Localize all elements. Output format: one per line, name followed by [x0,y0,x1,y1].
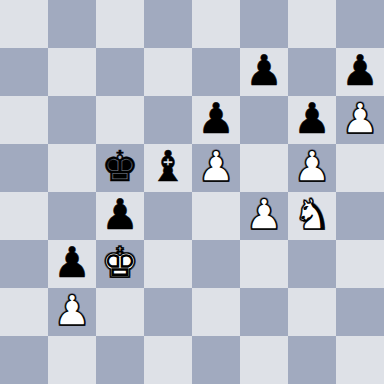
square-a7[interactable] [0,48,48,96]
piece-black-king-c5[interactable]: ♚ [101,143,139,191]
square-a4[interactable] [0,192,48,240]
square-c4[interactable]: ♟ [96,192,144,240]
square-d3[interactable] [144,240,192,288]
square-f3[interactable] [240,240,288,288]
square-e3[interactable] [192,240,240,288]
square-e7[interactable] [192,48,240,96]
piece-white-pawn-b2[interactable]: ♟ [53,287,91,335]
square-f8[interactable] [240,0,288,48]
square-d4[interactable] [144,192,192,240]
square-h5[interactable] [336,144,384,192]
square-f1[interactable] [240,336,288,384]
piece-white-king-c3[interactable]: ♚ [101,239,139,287]
piece-black-pawn-e6[interactable]: ♟ [197,95,235,143]
square-b1[interactable] [48,336,96,384]
square-a2[interactable] [0,288,48,336]
square-h4[interactable] [336,192,384,240]
piece-black-pawn-c4[interactable]: ♟ [101,191,139,239]
square-d6[interactable] [144,96,192,144]
square-f4[interactable]: ♟ [240,192,288,240]
square-g7[interactable] [288,48,336,96]
square-h1[interactable] [336,336,384,384]
square-h2[interactable] [336,288,384,336]
square-a6[interactable] [0,96,48,144]
square-c8[interactable] [96,0,144,48]
square-h8[interactable] [336,0,384,48]
square-b6[interactable] [48,96,96,144]
square-f2[interactable] [240,288,288,336]
square-g8[interactable] [288,0,336,48]
square-a3[interactable] [0,240,48,288]
square-c7[interactable] [96,48,144,96]
square-e4[interactable] [192,192,240,240]
square-e5[interactable]: ♟ [192,144,240,192]
square-a5[interactable] [0,144,48,192]
square-g1[interactable] [288,336,336,384]
piece-white-pawn-f4[interactable]: ♟ [245,191,283,239]
square-a8[interactable] [0,0,48,48]
square-b8[interactable] [48,0,96,48]
square-a1[interactable] [0,336,48,384]
square-h6[interactable]: ♟ [336,96,384,144]
square-h7[interactable]: ♟ [336,48,384,96]
square-f6[interactable] [240,96,288,144]
square-d7[interactable] [144,48,192,96]
square-b4[interactable] [48,192,96,240]
square-g3[interactable] [288,240,336,288]
square-f7[interactable]: ♟ [240,48,288,96]
square-d1[interactable] [144,336,192,384]
square-c6[interactable] [96,96,144,144]
piece-black-pawn-b3[interactable]: ♟ [53,239,91,287]
piece-black-bishop-d5[interactable]: ♝ [149,143,187,191]
square-f5[interactable] [240,144,288,192]
square-g5[interactable]: ♟ [288,144,336,192]
square-c1[interactable] [96,336,144,384]
square-d5[interactable]: ♝ [144,144,192,192]
square-e2[interactable] [192,288,240,336]
square-b7[interactable] [48,48,96,96]
square-g6[interactable]: ♟ [288,96,336,144]
square-g4[interactable]: ♞ [288,192,336,240]
square-b3[interactable]: ♟ [48,240,96,288]
square-e6[interactable]: ♟ [192,96,240,144]
square-c2[interactable] [96,288,144,336]
piece-white-pawn-h6[interactable]: ♟ [341,95,379,143]
square-b5[interactable] [48,144,96,192]
square-c3[interactable]: ♚ [96,240,144,288]
square-e8[interactable] [192,0,240,48]
piece-white-knight-g4[interactable]: ♞ [293,191,331,239]
square-d2[interactable] [144,288,192,336]
piece-black-pawn-h7[interactable]: ♟ [341,47,379,95]
chess-board[interactable]: ♟♟♟♟♟♚♝♟♟♟♟♞♟♚♟ [0,0,384,384]
square-g2[interactable] [288,288,336,336]
piece-white-pawn-g5[interactable]: ♟ [293,143,331,191]
square-c5[interactable]: ♚ [96,144,144,192]
square-b2[interactable]: ♟ [48,288,96,336]
square-h3[interactable] [336,240,384,288]
square-e1[interactable] [192,336,240,384]
piece-white-pawn-e5[interactable]: ♟ [197,143,235,191]
piece-black-pawn-g6[interactable]: ♟ [293,95,331,143]
piece-black-pawn-f7[interactable]: ♟ [245,47,283,95]
square-d8[interactable] [144,0,192,48]
